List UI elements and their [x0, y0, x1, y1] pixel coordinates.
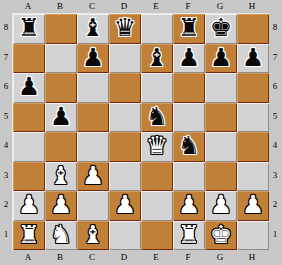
- square-d7[interactable]: [109, 44, 141, 74]
- square-f8[interactable]: ♜: [173, 14, 205, 44]
- file-label-bottom-e: E: [140, 250, 172, 265]
- file-label-bottom-h: H: [236, 250, 268, 265]
- square-e3[interactable]: [141, 162, 173, 192]
- white-rook-f1-piece[interactable]: ♜: [178, 222, 200, 247]
- square-c5[interactable]: [77, 103, 109, 133]
- white-pawn-h2-piece[interactable]: ♟: [242, 192, 264, 217]
- square-g5[interactable]: [205, 103, 237, 133]
- file-label-bottom-a: A: [12, 250, 44, 265]
- black-pawn-c7-piece[interactable]: ♟: [82, 45, 104, 70]
- square-g4[interactable]: [205, 132, 237, 162]
- square-a1[interactable]: ♜: [13, 221, 45, 251]
- rank-labels-right: 87654321: [268, 13, 282, 249]
- square-c6[interactable]: [77, 73, 109, 103]
- square-e5[interactable]: ♞: [141, 103, 173, 133]
- black-pawn-b5-piece[interactable]: ♟: [50, 104, 72, 129]
- black-queen-d8-piece[interactable]: ♛: [114, 15, 136, 40]
- square-a3[interactable]: [13, 162, 45, 192]
- square-f3[interactable]: [173, 162, 205, 192]
- white-bishop-c1-piece[interactable]: ♝: [82, 222, 104, 247]
- square-e8[interactable]: [141, 14, 173, 44]
- rank-label-left-3: 3: [0, 161, 12, 191]
- square-d1[interactable]: [109, 221, 141, 251]
- file-labels-top: ABCDEFGH: [12, 0, 268, 13]
- square-d5[interactable]: [109, 103, 141, 133]
- square-h4[interactable]: [237, 132, 269, 162]
- rank-label-left-2: 2: [0, 190, 12, 220]
- black-pawn-a6-piece[interactable]: ♟: [18, 74, 40, 99]
- square-b7[interactable]: [45, 44, 77, 74]
- square-b5[interactable]: ♟: [45, 103, 77, 133]
- square-a4[interactable]: [13, 132, 45, 162]
- square-f1[interactable]: ♜: [173, 221, 205, 251]
- square-g6[interactable]: [205, 73, 237, 103]
- white-pawn-a2-piece[interactable]: ♟: [18, 192, 40, 217]
- square-b6[interactable]: [45, 73, 77, 103]
- square-c3[interactable]: ♟: [77, 162, 109, 192]
- square-f7[interactable]: ♟: [173, 44, 205, 74]
- rank-label-right-6: 6: [268, 72, 282, 102]
- white-rook-a1-piece[interactable]: ♜: [18, 222, 40, 247]
- rank-labels-left: 87654321: [0, 13, 12, 249]
- square-f5[interactable]: [173, 103, 205, 133]
- file-label-top-a: A: [12, 0, 44, 13]
- square-d4[interactable]: [109, 132, 141, 162]
- square-h2[interactable]: ♟: [237, 191, 269, 221]
- chess-board[interactable]: ♜♝♛♜♚♟♝♟♟♟♟♟♞♛♞♝♟♟♟♟♟♟♟♜♞♝♜♚: [12, 13, 269, 250]
- file-label-top-h: H: [236, 0, 268, 13]
- file-label-top-g: G: [204, 0, 236, 13]
- square-a7[interactable]: [13, 44, 45, 74]
- rank-label-right-8: 8: [268, 13, 282, 43]
- square-h6[interactable]: [237, 73, 269, 103]
- square-e7[interactable]: ♝: [141, 44, 173, 74]
- square-f2[interactable]: ♟: [173, 191, 205, 221]
- file-label-bottom-b: B: [44, 250, 76, 265]
- square-f4[interactable]: ♞: [173, 132, 205, 162]
- black-bishop-e7-piece[interactable]: ♝: [146, 45, 168, 70]
- rank-label-right-3: 3: [268, 161, 282, 191]
- square-d6[interactable]: [109, 73, 141, 103]
- file-label-bottom-c: C: [76, 250, 108, 265]
- white-pawn-g2-piece[interactable]: ♟: [210, 192, 232, 217]
- black-rook-f8-piece[interactable]: ♜: [178, 15, 200, 40]
- square-c1[interactable]: ♝: [77, 221, 109, 251]
- black-knight-e5-piece[interactable]: ♞: [146, 104, 168, 129]
- square-h8[interactable]: [237, 14, 269, 44]
- square-a5[interactable]: [13, 103, 45, 133]
- white-pawn-c3-piece[interactable]: ♟: [82, 163, 104, 188]
- square-b8[interactable]: [45, 14, 77, 44]
- black-pawn-f7-piece[interactable]: ♟: [178, 45, 200, 70]
- white-pawn-f2-piece[interactable]: ♟: [178, 192, 200, 217]
- file-labels-bottom: ABCDEFGH: [12, 250, 268, 265]
- rank-label-right-7: 7: [268, 43, 282, 73]
- square-d8[interactable]: ♛: [109, 14, 141, 44]
- square-e6[interactable]: [141, 73, 173, 103]
- square-c2[interactable]: [77, 191, 109, 221]
- rank-label-right-4: 4: [268, 131, 282, 161]
- file-label-bottom-d: D: [108, 250, 140, 265]
- file-label-bottom-g: G: [204, 250, 236, 265]
- square-d3[interactable]: [109, 162, 141, 192]
- square-b4[interactable]: [45, 132, 77, 162]
- rank-label-right-5: 5: [268, 102, 282, 132]
- rank-label-left-4: 4: [0, 131, 12, 161]
- square-h3[interactable]: [237, 162, 269, 192]
- file-label-top-e: E: [140, 0, 172, 13]
- black-pawn-h7-piece[interactable]: ♟: [242, 45, 264, 70]
- square-h7[interactable]: ♟: [237, 44, 269, 74]
- file-label-bottom-f: F: [172, 250, 204, 265]
- white-bishop-b3-piece[interactable]: ♝: [50, 163, 72, 188]
- square-c7[interactable]: ♟: [77, 44, 109, 74]
- black-king-g8-piece[interactable]: ♚: [210, 15, 232, 40]
- square-g3[interactable]: [205, 162, 237, 192]
- white-pawn-b2-piece[interactable]: ♟: [50, 192, 72, 217]
- file-label-top-b: B: [44, 0, 76, 13]
- square-a8[interactable]: ♜: [13, 14, 45, 44]
- square-g7[interactable]: ♟: [205, 44, 237, 74]
- square-e4[interactable]: ♛: [141, 132, 173, 162]
- square-g2[interactable]: ♟: [205, 191, 237, 221]
- rank-label-left-7: 7: [0, 43, 12, 73]
- square-e1[interactable]: [141, 221, 173, 251]
- square-f6[interactable]: [173, 73, 205, 103]
- rank-label-right-1: 1: [268, 220, 282, 250]
- white-knight-b1-piece[interactable]: ♞: [50, 222, 72, 247]
- white-king-g1-piece[interactable]: ♚: [210, 222, 232, 247]
- chess-board-window: ABCDEFGH 87654321 ♜♝♛♜♚♟♝♟♟♟♟♟♞♛♞♝♟♟♟♟♟♟…: [0, 0, 282, 265]
- square-e2[interactable]: [141, 191, 173, 221]
- black-bishop-c8-piece[interactable]: ♝: [82, 15, 104, 40]
- square-b2[interactable]: ♟: [45, 191, 77, 221]
- square-c4[interactable]: [77, 132, 109, 162]
- square-d2[interactable]: ♟: [109, 191, 141, 221]
- square-h1[interactable]: [237, 221, 269, 251]
- rank-label-left-1: 1: [0, 220, 12, 250]
- square-c8[interactable]: ♝: [77, 14, 109, 44]
- black-pawn-g7-piece[interactable]: ♟: [210, 45, 232, 70]
- rank-label-left-5: 5: [0, 102, 12, 132]
- black-rook-a8-piece[interactable]: ♜: [18, 15, 40, 40]
- white-pawn-d2-piece[interactable]: ♟: [114, 192, 136, 217]
- file-label-top-d: D: [108, 0, 140, 13]
- square-a6[interactable]: ♟: [13, 73, 45, 103]
- file-label-top-f: F: [172, 0, 204, 13]
- file-label-top-c: C: [76, 0, 108, 13]
- rank-label-right-2: 2: [268, 190, 282, 220]
- rank-label-left-6: 6: [0, 72, 12, 102]
- rank-label-left-8: 8: [0, 13, 12, 43]
- black-knight-f4-piece[interactable]: ♞: [178, 133, 200, 158]
- square-b1[interactable]: ♞: [45, 221, 77, 251]
- square-a2[interactable]: ♟: [13, 191, 45, 221]
- square-g8[interactable]: ♚: [205, 14, 237, 44]
- square-b3[interactable]: ♝: [45, 162, 77, 192]
- square-h5[interactable]: [237, 103, 269, 133]
- square-g1[interactable]: ♚: [205, 221, 237, 251]
- white-queen-e4-piece[interactable]: ♛: [146, 133, 168, 158]
